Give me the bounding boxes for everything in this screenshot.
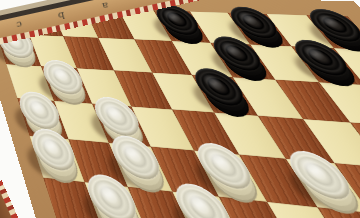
file-label-b: b xyxy=(53,8,69,24)
board-photo: cba xyxy=(0,0,360,218)
board-left-border xyxy=(0,180,21,218)
pieces-layer xyxy=(0,0,360,218)
file-label-a: a xyxy=(97,0,113,14)
draughts-board xyxy=(0,0,360,218)
file-label-c: c xyxy=(11,17,27,33)
